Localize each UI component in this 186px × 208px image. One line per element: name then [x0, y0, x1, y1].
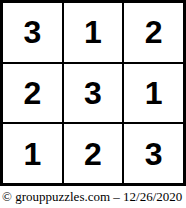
grid-cell-r2c3[interactable]: 1 [124, 64, 183, 123]
grid-cell-r1c2[interactable]: 1 [64, 3, 123, 62]
grid-cell-r3c3[interactable]: 3 [124, 124, 183, 183]
copyright-text: © grouppuzzles.com – 12/26/2020 [0, 186, 186, 208]
grid-cell-r3c1[interactable]: 1 [3, 124, 62, 183]
grid-cell-r1c1[interactable]: 3 [3, 3, 62, 62]
grid-cell-r1c3[interactable]: 2 [124, 3, 183, 62]
grid-cell-r2c2[interactable]: 3 [64, 64, 123, 123]
grid-cell-r3c2[interactable]: 2 [64, 124, 123, 183]
puzzle-grid: 312231123 [0, 0, 186, 186]
grid-cell-r2c1[interactable]: 2 [3, 64, 62, 123]
